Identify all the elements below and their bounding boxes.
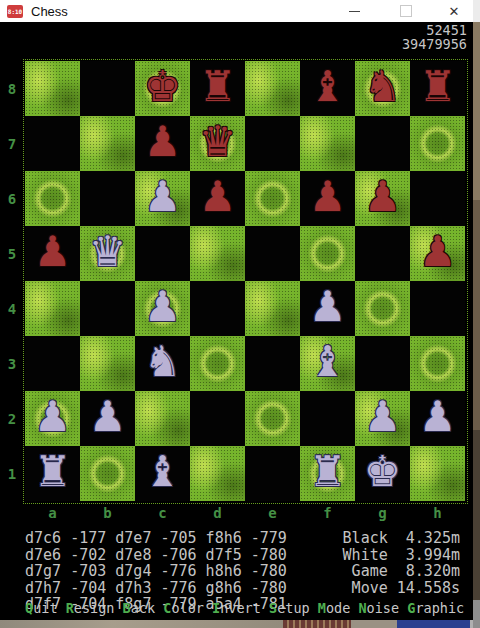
square-h3[interactable] bbox=[410, 336, 465, 391]
clock-game: Game 8.320m bbox=[343, 563, 460, 580]
square-f5[interactable] bbox=[300, 226, 355, 281]
clock-white: White 3.994m bbox=[343, 547, 460, 564]
piece-black-pawn[interactable]: ♟ bbox=[199, 169, 237, 224]
square-g6[interactable]: ♟ bbox=[355, 171, 410, 226]
square-b5[interactable]: ♛ bbox=[80, 226, 135, 281]
square-a7[interactable] bbox=[25, 116, 80, 171]
square-f6[interactable]: ♟ bbox=[300, 171, 355, 226]
piece-white-knight[interactable]: ♞ bbox=[144, 334, 182, 389]
analysis-line-1: d7c6 -177 d7e7 -705 f8h6 -779 bbox=[25, 530, 287, 547]
square-a3[interactable] bbox=[25, 336, 80, 391]
rank-label-4: 4 bbox=[4, 281, 20, 336]
file-label-d: d bbox=[190, 504, 245, 522]
piece-white-pawn[interactable]: ♟ bbox=[89, 389, 127, 444]
square-h7[interactable] bbox=[410, 116, 465, 171]
square-g5[interactable] bbox=[355, 226, 410, 281]
square-c6[interactable]: ♟ bbox=[135, 171, 190, 226]
menu-item-label: uit bbox=[33, 600, 57, 616]
piece-black-knight[interactable]: ♞ bbox=[364, 59, 402, 114]
square-g8[interactable]: ♞ bbox=[355, 61, 410, 116]
menu-item-quit[interactable]: Quit bbox=[25, 600, 58, 616]
piece-white-bishop[interactable]: ♝ bbox=[309, 334, 347, 389]
menu-item-label: raphic bbox=[415, 600, 464, 616]
clock-value: 8.320m bbox=[388, 562, 460, 580]
piece-black-queen[interactable]: ♛ bbox=[199, 114, 237, 169]
piece-white-pawn[interactable]: ♟ bbox=[144, 169, 182, 224]
square-d5[interactable] bbox=[190, 226, 245, 281]
square-f2[interactable] bbox=[300, 391, 355, 446]
piece-white-rook[interactable]: ♜ bbox=[34, 444, 72, 499]
rank-label-6: 6 bbox=[4, 171, 20, 226]
piece-black-pawn[interactable]: ♟ bbox=[419, 224, 457, 279]
square-a1[interactable]: ♜ bbox=[25, 446, 80, 501]
menu-item-back[interactable]: Back bbox=[123, 600, 156, 616]
square-g4[interactable] bbox=[355, 281, 410, 336]
square-d4[interactable] bbox=[190, 281, 245, 336]
square-f4[interactable]: ♟ bbox=[300, 281, 355, 336]
square-a4[interactable] bbox=[25, 281, 80, 336]
window-titlebar: 8:10 Chess ✕ bbox=[0, 0, 473, 22]
piece-black-pawn[interactable]: ♟ bbox=[309, 169, 347, 224]
square-f1[interactable]: ♜ bbox=[300, 446, 355, 501]
menu-hotkey: N bbox=[358, 600, 366, 616]
square-a8[interactable] bbox=[25, 61, 80, 116]
square-d1[interactable] bbox=[190, 446, 245, 501]
square-e3[interactable] bbox=[245, 336, 300, 391]
square-g1[interactable]: ♚ bbox=[355, 446, 410, 501]
menu-item-invert[interactable]: Invert bbox=[212, 600, 261, 616]
clock-label: White bbox=[343, 546, 388, 564]
menu-item-noise[interactable]: Noise bbox=[358, 600, 399, 616]
square-g7[interactable] bbox=[355, 116, 410, 171]
rank-label-2: 2 bbox=[4, 391, 20, 446]
piece-white-pawn[interactable]: ♟ bbox=[309, 279, 347, 334]
square-b4[interactable] bbox=[80, 281, 135, 336]
minimize-icon bbox=[349, 11, 360, 12]
file-label-g: g bbox=[355, 504, 410, 522]
file-label-b: b bbox=[80, 504, 135, 522]
menu-hotkey: B bbox=[123, 600, 131, 616]
clock-panel: Black 4.325mWhite 3.994m Game 8.320m Mov… bbox=[343, 530, 460, 596]
window-title: Chess bbox=[31, 4, 68, 19]
dosbox-icon: 8:10 bbox=[7, 5, 23, 18]
square-h1[interactable] bbox=[410, 446, 465, 501]
square-d8[interactable]: ♜ bbox=[190, 61, 245, 116]
file-label-c: c bbox=[135, 504, 190, 522]
square-e7[interactable] bbox=[245, 116, 300, 171]
rank-label-8: 8 bbox=[4, 61, 20, 116]
menu-item-graphic[interactable]: Graphic bbox=[407, 600, 464, 616]
file-label-e: e bbox=[245, 504, 300, 522]
square-e8[interactable] bbox=[245, 61, 300, 116]
square-c3[interactable]: ♞ bbox=[135, 336, 190, 391]
clock-value: 3.994m bbox=[388, 546, 460, 564]
menu-bar: Quit Resign Back Color Invert Setup Mode… bbox=[25, 600, 464, 616]
piece-black-bishop[interactable]: ♝ bbox=[309, 59, 347, 114]
square-d2[interactable] bbox=[190, 391, 245, 446]
square-d6[interactable]: ♟ bbox=[190, 171, 245, 226]
piece-black-king[interactable]: ♚ bbox=[144, 59, 182, 114]
square-c5[interactable] bbox=[135, 226, 190, 281]
minimize-button[interactable] bbox=[338, 0, 370, 22]
square-f8[interactable]: ♝ bbox=[300, 61, 355, 116]
piece-white-rook[interactable]: ♜ bbox=[309, 444, 347, 499]
clock-move: Move 14.558s bbox=[343, 580, 460, 597]
menu-hotkey: R bbox=[66, 600, 74, 616]
close-button[interactable]: ✕ bbox=[438, 0, 470, 22]
menu-item-label: etup bbox=[277, 600, 310, 616]
clock-black: Black 4.325m bbox=[343, 530, 460, 547]
clock-label: Black bbox=[343, 529, 388, 547]
square-a6[interactable] bbox=[25, 171, 80, 226]
rank-label-1: 1 bbox=[4, 446, 20, 501]
menu-item-label: nvert bbox=[220, 600, 261, 616]
square-h2[interactable]: ♟ bbox=[410, 391, 465, 446]
square-d3[interactable] bbox=[190, 336, 245, 391]
square-b2[interactable]: ♟ bbox=[80, 391, 135, 446]
menu-item-setup[interactable]: Setup bbox=[269, 600, 310, 616]
square-e5[interactable] bbox=[245, 226, 300, 281]
piece-black-rook[interactable]: ♜ bbox=[419, 59, 457, 114]
piece-white-pawn[interactable]: ♟ bbox=[144, 279, 182, 334]
square-e2[interactable] bbox=[245, 391, 300, 446]
menu-hotkey: M bbox=[318, 600, 326, 616]
menu-item-label: esign bbox=[74, 600, 115, 616]
piece-white-king[interactable]: ♚ bbox=[364, 444, 402, 499]
chess-board: ♚♜♝♞♜♟♛♟♟♟♟♟♛♟♟♟♞♝♟♟♟♟♜♝♜♚ bbox=[25, 61, 465, 501]
square-b3[interactable] bbox=[80, 336, 135, 391]
square-a5[interactable]: ♟ bbox=[25, 226, 80, 281]
piece-black-pawn[interactable]: ♟ bbox=[364, 169, 402, 224]
square-h4[interactable] bbox=[410, 281, 465, 336]
engine-node-counts: 52451 39479956 bbox=[402, 24, 467, 51]
piece-black-pawn[interactable]: ♟ bbox=[144, 114, 182, 169]
menu-item-color[interactable]: Color bbox=[163, 600, 204, 616]
maximize-button[interactable] bbox=[390, 0, 422, 22]
square-g2[interactable]: ♟ bbox=[355, 391, 410, 446]
square-a2[interactable]: ♟ bbox=[25, 391, 80, 446]
nodes-total: 39479956 bbox=[402, 38, 467, 52]
piece-black-pawn[interactable]: ♟ bbox=[34, 224, 72, 279]
square-d7[interactable]: ♛ bbox=[190, 116, 245, 171]
menu-item-label: ack bbox=[131, 600, 155, 616]
piece-white-pawn[interactable]: ♟ bbox=[419, 389, 457, 444]
square-h5[interactable]: ♟ bbox=[410, 226, 465, 281]
menu-item-label: olor bbox=[171, 600, 204, 616]
file-label-h: h bbox=[410, 504, 465, 522]
menu-hotkey: I bbox=[212, 600, 220, 616]
square-c4[interactable]: ♟ bbox=[135, 281, 190, 336]
square-c2[interactable] bbox=[135, 391, 190, 446]
square-h6[interactable] bbox=[410, 171, 465, 226]
clock-value: 4.325m bbox=[388, 529, 460, 547]
square-f3[interactable]: ♝ bbox=[300, 336, 355, 391]
square-f7[interactable] bbox=[300, 116, 355, 171]
piece-white-bishop[interactable]: ♝ bbox=[144, 444, 182, 499]
square-e1[interactable] bbox=[245, 446, 300, 501]
clock-value: 14.558s bbox=[388, 579, 460, 597]
maximize-icon bbox=[400, 5, 412, 17]
square-b1[interactable] bbox=[80, 446, 135, 501]
square-c8[interactable]: ♚ bbox=[135, 61, 190, 116]
rank-label-5: 5 bbox=[4, 226, 20, 281]
analysis-line-4: d7h7 -704 d7h3 -776 g8h6 -780 bbox=[25, 580, 287, 597]
rank-labels: 87654321 bbox=[4, 61, 20, 501]
square-g3[interactable] bbox=[355, 336, 410, 391]
piece-white-pawn[interactable]: ♟ bbox=[364, 389, 402, 444]
piece-white-queen[interactable]: ♛ bbox=[89, 224, 127, 279]
menu-item-label: oise bbox=[367, 600, 400, 616]
file-labels: abcdefgh bbox=[25, 504, 465, 522]
rank-label-7: 7 bbox=[4, 116, 20, 171]
menu-item-mode[interactable]: Mode bbox=[318, 600, 351, 616]
analysis-line-3: d7g7 -703 d7g4 -776 h8h6 -780 bbox=[25, 563, 287, 580]
menu-hotkey: Q bbox=[25, 600, 33, 616]
file-label-f: f bbox=[300, 504, 355, 522]
square-b6[interactable] bbox=[80, 171, 135, 226]
menu-item-resign[interactable]: Resign bbox=[66, 600, 115, 616]
desktop-background-sliver bbox=[473, 0, 480, 628]
clock-label: Move bbox=[343, 579, 388, 597]
analysis-line-2: d7e6 -702 d7e8 -706 d7f5 -780 bbox=[25, 547, 287, 564]
square-b7[interactable] bbox=[80, 116, 135, 171]
desktop-background-bottom bbox=[0, 620, 473, 628]
menu-hotkey: S bbox=[269, 600, 277, 616]
rank-label-3: 3 bbox=[4, 336, 20, 391]
square-c1[interactable]: ♝ bbox=[135, 446, 190, 501]
square-e6[interactable] bbox=[245, 171, 300, 226]
square-c7[interactable]: ♟ bbox=[135, 116, 190, 171]
piece-black-rook[interactable]: ♜ bbox=[199, 59, 237, 114]
piece-white-pawn[interactable]: ♟ bbox=[34, 389, 72, 444]
square-e4[interactable] bbox=[245, 281, 300, 336]
clock-label: Game bbox=[343, 562, 388, 580]
square-b8[interactable] bbox=[80, 61, 135, 116]
menu-item-label: ode bbox=[326, 600, 350, 616]
file-label-a: a bbox=[25, 504, 80, 522]
square-h8[interactable]: ♜ bbox=[410, 61, 465, 116]
